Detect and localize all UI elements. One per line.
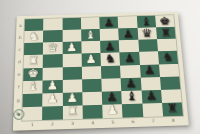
black-queen[interactable]: ♛	[141, 27, 153, 38]
square-d5[interactable]: ♞	[100, 53, 120, 66]
square-h6[interactable]	[122, 103, 143, 117]
file-label: c	[16, 43, 23, 55]
black-pawn[interactable]: ♟	[145, 89, 157, 101]
square-b7[interactable]: ♛	[137, 27, 157, 40]
square-e7[interactable]: ♟	[139, 64, 159, 77]
rank-label: 1	[22, 121, 42, 129]
file-label: d	[16, 56, 23, 69]
square-g7[interactable]: ♟	[141, 90, 162, 104]
square-h1[interactable]	[22, 106, 42, 120]
square-h4[interactable]	[82, 105, 102, 119]
white-knight[interactable]: ♞	[28, 30, 39, 41]
file-label: e	[16, 68, 23, 81]
board-grid: ♟♝♚♞♝♟♛♜♛♟♟♜♟♞♟♞♚♟♝♟♟♟♟♟♝♟♜♟♜	[22, 15, 183, 121]
square-e5[interactable]	[101, 65, 121, 78]
rank-label: 5	[103, 119, 123, 127]
rank-label: 7	[143, 117, 164, 125]
square-g6[interactable]: ♝	[121, 90, 142, 104]
square-a2[interactable]	[43, 18, 62, 30]
square-g4[interactable]	[82, 91, 102, 105]
square-f8[interactable]	[160, 76, 181, 90]
white-pawn[interactable]: ♟	[106, 103, 118, 116]
square-d4[interactable]: ♟	[81, 53, 101, 66]
black-king[interactable]: ♚	[159, 14, 171, 25]
photo-stage: ♟♝♚♞♝♟♛♜♛♟♟♜♟♞♟♞♚♟♝♟♟♟♟♟♝♟♜♟♜ abcdefgh 1…	[0, 0, 200, 134]
white-bishop[interactable]: ♝	[27, 79, 39, 91]
white-pawn[interactable]: ♟	[66, 41, 77, 53]
square-d2[interactable]	[43, 54, 62, 67]
square-f1[interactable]: ♝	[23, 80, 43, 94]
rank-label: 3	[62, 120, 82, 128]
black-pawn[interactable]: ♟	[106, 90, 118, 103]
white-pawn[interactable]: ♟	[47, 92, 58, 105]
black-pawn[interactable]: ♟	[125, 77, 137, 89]
black-knight[interactable]: ♞	[105, 52, 117, 64]
black-pawn[interactable]: ♟	[144, 63, 156, 75]
square-c7[interactable]	[138, 39, 158, 52]
square-a5[interactable]: ♟	[99, 17, 118, 29]
rank-label: 8	[163, 117, 184, 125]
white-queen[interactable]: ♛	[47, 41, 58, 53]
white-pawn[interactable]: ♟	[67, 91, 79, 104]
square-e4[interactable]	[82, 66, 102, 79]
square-e8[interactable]	[159, 63, 179, 76]
square-b8[interactable]: ♜	[156, 27, 176, 40]
square-b4[interactable]: ♝	[81, 29, 100, 42]
black-pawn[interactable]: ♟	[104, 40, 115, 52]
rank-label: 2	[42, 120, 62, 128]
black-pawn[interactable]: ♟	[103, 16, 114, 27]
square-f4[interactable]	[82, 78, 102, 92]
black-rook[interactable]: ♜	[160, 26, 172, 37]
white-pawn[interactable]: ♟	[85, 53, 96, 65]
file-label: f	[15, 81, 22, 94]
square-d6[interactable]: ♟	[120, 52, 140, 65]
square-h7[interactable]	[142, 103, 163, 117]
square-h2[interactable]	[42, 106, 62, 120]
rank-label: 4	[83, 119, 103, 127]
black-knight[interactable]: ♞	[162, 50, 174, 62]
square-h3[interactable]: ♜	[62, 105, 82, 119]
square-d8[interactable]: ♞	[158, 51, 178, 64]
square-a3[interactable]	[62, 18, 81, 30]
black-pawn[interactable]: ♟	[122, 27, 133, 38]
square-h5[interactable]: ♟	[102, 104, 123, 118]
square-b6[interactable]: ♟	[118, 28, 137, 41]
white-pawn[interactable]: ♟	[47, 79, 58, 91]
rank-label: 6	[123, 118, 144, 126]
square-g2[interactable]: ♟	[42, 93, 62, 107]
file-label: a	[17, 19, 24, 31]
black-bishop[interactable]: ♝	[126, 90, 138, 102]
white-bishop[interactable]: ♝	[85, 28, 96, 39]
square-c2[interactable]: ♛	[43, 42, 62, 55]
black-bishop[interactable]: ♝	[140, 15, 151, 26]
square-h8[interactable]: ♜	[162, 102, 183, 116]
white-rook[interactable]: ♜	[28, 54, 39, 66]
file-label: g	[15, 94, 22, 108]
square-c3[interactable]: ♟	[62, 42, 81, 55]
white-rook[interactable]: ♜	[67, 105, 79, 118]
chess-board: ♟♝♚♞♝♟♛♜♛♟♟♜♟♞♟♞♚♟♝♟♟♟♟♟♝♟♜♟♜ abcdefgh 1…	[13, 12, 189, 131]
file-label: b	[17, 31, 24, 43]
black-pawn[interactable]: ♟	[124, 51, 136, 63]
square-e3[interactable]	[62, 66, 82, 79]
square-d3[interactable]	[62, 54, 81, 67]
square-g1[interactable]	[23, 93, 43, 107]
black-rook[interactable]: ♜	[166, 102, 179, 115]
square-b1[interactable]: ♞	[24, 31, 43, 44]
white-king[interactable]: ♚	[27, 67, 38, 79]
